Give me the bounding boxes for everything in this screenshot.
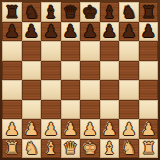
piece-white-pawn[interactable]: ♟ xyxy=(43,121,58,138)
square-e1[interactable]: ♚ xyxy=(80,139,100,159)
piece-black-pawn[interactable]: ♟ xyxy=(4,23,19,40)
square-d4[interactable] xyxy=(61,80,81,100)
piece-black-pawn[interactable]: ♟ xyxy=(43,23,58,40)
square-f2[interactable]: ♟ xyxy=(100,119,120,139)
square-e6[interactable] xyxy=(80,41,100,61)
piece-white-king[interactable]: ♚ xyxy=(82,140,97,157)
square-f3[interactable] xyxy=(100,100,120,120)
square-g2[interactable]: ♟ xyxy=(119,119,139,139)
square-b8[interactable]: ♞ xyxy=(22,2,42,22)
square-h3[interactable] xyxy=(139,100,159,120)
piece-black-rook[interactable]: ♜ xyxy=(4,4,19,21)
square-f6[interactable] xyxy=(100,41,120,61)
piece-white-pawn[interactable]: ♟ xyxy=(141,121,156,138)
square-d6[interactable] xyxy=(61,41,81,61)
square-b7[interactable]: ♟ xyxy=(22,22,42,42)
square-a5[interactable] xyxy=(2,61,22,81)
square-c3[interactable] xyxy=(41,100,61,120)
square-a7[interactable]: ♟ xyxy=(2,22,22,42)
piece-black-rook[interactable]: ♜ xyxy=(141,4,156,21)
square-g3[interactable] xyxy=(119,100,139,120)
square-d1[interactable]: ♛ xyxy=(61,139,81,159)
piece-white-pawn[interactable]: ♟ xyxy=(24,121,39,138)
piece-black-bishop[interactable]: ♝ xyxy=(43,4,58,21)
square-a6[interactable] xyxy=(2,41,22,61)
square-c4[interactable] xyxy=(41,80,61,100)
square-h6[interactable] xyxy=(139,41,159,61)
square-a4[interactable] xyxy=(2,80,22,100)
square-e5[interactable] xyxy=(80,61,100,81)
square-c2[interactable]: ♟ xyxy=(41,119,61,139)
piece-white-pawn[interactable]: ♟ xyxy=(63,121,78,138)
square-e7[interactable]: ♟ xyxy=(80,22,100,42)
piece-white-rook[interactable]: ♜ xyxy=(4,140,19,157)
piece-black-pawn[interactable]: ♟ xyxy=(141,23,156,40)
piece-white-queen[interactable]: ♛ xyxy=(63,140,78,157)
piece-black-pawn[interactable]: ♟ xyxy=(82,23,97,40)
square-h4[interactable] xyxy=(139,80,159,100)
square-e4[interactable] xyxy=(80,80,100,100)
square-h2[interactable]: ♟ xyxy=(139,119,159,139)
piece-white-knight[interactable]: ♞ xyxy=(121,140,136,157)
square-f7[interactable]: ♟ xyxy=(100,22,120,42)
piece-black-pawn[interactable]: ♟ xyxy=(102,23,117,40)
piece-white-knight[interactable]: ♞ xyxy=(24,140,39,157)
square-a2[interactable]: ♟ xyxy=(2,119,22,139)
piece-black-bishop[interactable]: ♝ xyxy=(102,4,117,21)
square-e8[interactable]: ♚ xyxy=(80,2,100,22)
square-d8[interactable]: ♛ xyxy=(61,2,81,22)
square-e2[interactable]: ♟ xyxy=(80,119,100,139)
square-c7[interactable]: ♟ xyxy=(41,22,61,42)
square-h7[interactable]: ♟ xyxy=(139,22,159,42)
square-b1[interactable]: ♞ xyxy=(22,139,42,159)
square-f1[interactable]: ♝ xyxy=(100,139,120,159)
square-d5[interactable] xyxy=(61,61,81,81)
piece-white-bishop[interactable]: ♝ xyxy=(43,140,58,157)
square-a8[interactable]: ♜ xyxy=(2,2,22,22)
square-c6[interactable] xyxy=(41,41,61,61)
square-a1[interactable]: ♜ xyxy=(2,139,22,159)
square-g1[interactable]: ♞ xyxy=(119,139,139,159)
square-g4[interactable] xyxy=(119,80,139,100)
piece-black-pawn[interactable]: ♟ xyxy=(24,23,39,40)
square-b5[interactable] xyxy=(22,61,42,81)
square-d3[interactable] xyxy=(61,100,81,120)
square-h1[interactable]: ♜ xyxy=(139,139,159,159)
square-f5[interactable] xyxy=(100,61,120,81)
piece-black-knight[interactable]: ♞ xyxy=(121,4,136,21)
square-g7[interactable]: ♟ xyxy=(119,22,139,42)
piece-white-bishop[interactable]: ♝ xyxy=(102,140,117,157)
chess-board-frame: ♜♞♝♛♚♝♞♜♟♟♟♟♟♟♟♟♟♟♟♟♟♟♟♟♜♞♝♛♚♝♞♜ xyxy=(0,0,160,160)
square-c1[interactable]: ♝ xyxy=(41,139,61,159)
piece-black-queen[interactable]: ♛ xyxy=(63,4,78,21)
piece-white-rook[interactable]: ♜ xyxy=(141,140,156,157)
chess-board: ♜♞♝♛♚♝♞♜♟♟♟♟♟♟♟♟♟♟♟♟♟♟♟♟♜♞♝♛♚♝♞♜ xyxy=(2,2,158,158)
square-a3[interactable] xyxy=(2,100,22,120)
piece-white-pawn[interactable]: ♟ xyxy=(121,121,136,138)
square-f8[interactable]: ♝ xyxy=(100,2,120,22)
piece-black-knight[interactable]: ♞ xyxy=(24,4,39,21)
square-e3[interactable] xyxy=(80,100,100,120)
piece-black-king[interactable]: ♚ xyxy=(82,4,97,21)
square-f4[interactable] xyxy=(100,80,120,100)
square-b2[interactable]: ♟ xyxy=(22,119,42,139)
piece-white-pawn[interactable]: ♟ xyxy=(102,121,117,138)
square-h5[interactable] xyxy=(139,61,159,81)
square-g6[interactable] xyxy=(119,41,139,61)
square-g5[interactable] xyxy=(119,61,139,81)
square-b4[interactable] xyxy=(22,80,42,100)
piece-white-pawn[interactable]: ♟ xyxy=(82,121,97,138)
square-g8[interactable]: ♞ xyxy=(119,2,139,22)
square-b6[interactable] xyxy=(22,41,42,61)
square-c5[interactable] xyxy=(41,61,61,81)
square-h8[interactable]: ♜ xyxy=(139,2,159,22)
square-c8[interactable]: ♝ xyxy=(41,2,61,22)
square-d2[interactable]: ♟ xyxy=(61,119,81,139)
piece-black-pawn[interactable]: ♟ xyxy=(121,23,136,40)
square-d7[interactable]: ♟ xyxy=(61,22,81,42)
piece-black-pawn[interactable]: ♟ xyxy=(63,23,78,40)
square-b3[interactable] xyxy=(22,100,42,120)
piece-white-pawn[interactable]: ♟ xyxy=(4,121,19,138)
